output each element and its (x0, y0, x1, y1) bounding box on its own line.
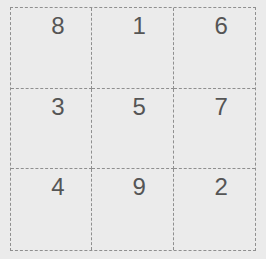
cell-value: 9 (133, 173, 147, 200)
cell-value: 8 (51, 12, 65, 39)
cell-value: 4 (51, 173, 65, 200)
cell-r2c3[interactable]: 7 (174, 89, 255, 170)
cell-value: 3 (51, 93, 65, 120)
cell-r2c1[interactable]: 3 (11, 89, 92, 170)
cell-r1c3[interactable]: 6 (174, 8, 255, 89)
cell-value: 2 (214, 173, 228, 200)
cell-value: 7 (214, 93, 228, 120)
cell-r3c3[interactable]: 2 (174, 169, 255, 250)
cell-value: 5 (133, 93, 147, 120)
magic-square-board: 8 1 6 3 5 7 4 9 2 (10, 7, 256, 251)
cell-value: 1 (133, 12, 147, 39)
cell-value: 6 (214, 12, 228, 39)
cell-r3c1[interactable]: 4 (11, 169, 92, 250)
cell-r1c1[interactable]: 8 (11, 8, 92, 89)
cell-r2c2[interactable]: 5 (92, 89, 173, 170)
cell-r3c2[interactable]: 9 (92, 169, 173, 250)
cell-r1c2[interactable]: 1 (92, 8, 173, 89)
